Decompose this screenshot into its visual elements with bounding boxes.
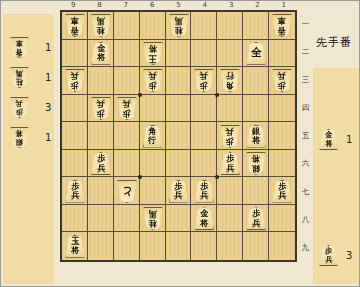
board-cell-6-4[interactable]: [140, 95, 166, 123]
file-coordinate-labels: 987654321: [60, 1, 297, 10]
board-cell-2-9[interactable]: [243, 232, 269, 260]
piece-kanji: 将: [325, 140, 332, 149]
rank-label: 二: [299, 38, 312, 66]
board-cell-1-4[interactable]: [269, 95, 295, 123]
piece-kanji: 兵: [174, 191, 182, 201]
piece-kanji: 兵: [200, 71, 208, 81]
piece-kanji: 将: [200, 219, 208, 229]
board-cell-9-5[interactable]: [62, 122, 88, 150]
board-cell-8-7[interactable]: [88, 177, 114, 205]
rank-label: 三: [299, 66, 312, 94]
piece-kanji: 香: [278, 26, 286, 36]
board-cell-4-6[interactable]: [191, 150, 217, 178]
piece-kanji: 馬: [174, 16, 182, 26]
piece-kanji: 車: [278, 16, 286, 26]
board-cell-8-3[interactable]: [88, 67, 114, 95]
rank-label: 八: [299, 206, 312, 234]
file-label: 1: [271, 1, 297, 10]
piece-kanji: 兵: [226, 127, 234, 137]
rank-label: 五: [299, 122, 312, 150]
piece-kanji: 歩: [97, 108, 105, 118]
piece-kanji: 角: [226, 81, 234, 91]
piece-kanji: 桂: [16, 78, 23, 87]
board-cell-2-7[interactable]: [243, 177, 269, 205]
gote-captured-tray: [3, 14, 54, 284]
piece-kanji: 馬: [16, 69, 23, 78]
piece-kanji: 歩: [149, 81, 157, 91]
rank-label: 七: [299, 178, 312, 206]
board-cell-9-8[interactable]: [62, 205, 88, 233]
board-cell-9-2[interactable]: [62, 40, 88, 68]
board-cell-7-5[interactable]: [114, 122, 140, 150]
piece-kanji: 兵: [97, 164, 105, 174]
piece-kanji: 行: [226, 71, 234, 81]
board-cell-1-6[interactable]: [269, 150, 295, 178]
board-cell-9-4[interactable]: [62, 95, 88, 123]
shogi-app-window: 987654321 一二三四五六七八九 先手番 香車桂馬桂馬香車金将王将全歩兵歩…: [0, 0, 360, 287]
board-cell-4-2[interactable]: [191, 40, 217, 68]
piece-kanji: 兵: [149, 71, 157, 81]
piece-kanji: 歩: [200, 81, 208, 91]
board-cell-6-6[interactable]: [140, 150, 166, 178]
piece-kanji: 将: [252, 154, 260, 164]
piece-kanji: 全: [251, 47, 261, 59]
piece-kanji: 兵: [123, 99, 131, 109]
piece-kanji: 兵: [97, 99, 105, 109]
file-label: 7: [113, 1, 139, 10]
captured-count: 3: [45, 102, 51, 113]
board-cell-7-8[interactable]: [114, 205, 140, 233]
board-cell-6-1[interactable]: [140, 12, 166, 40]
board-cell-5-4[interactable]: [166, 95, 192, 123]
captured-count: 3: [346, 250, 352, 261]
piece-kanji: 王: [149, 53, 157, 63]
file-label: 9: [60, 1, 86, 10]
piece-kanji: 香: [71, 26, 79, 36]
board-cell-5-2[interactable]: [166, 40, 192, 68]
star-point: [138, 93, 142, 97]
board-cell-3-1[interactable]: [217, 12, 243, 40]
piece-kanji: 銀: [252, 164, 260, 174]
file-label: 4: [192, 1, 218, 10]
piece-kanji: 馬: [97, 16, 105, 26]
piece-kanji: 将: [97, 53, 105, 63]
piece-kanji: 歩: [278, 81, 286, 91]
piece-kanji: 兵: [278, 191, 286, 201]
board-cell-5-3[interactable]: [166, 67, 192, 95]
board-cell-3-4[interactable]: [217, 95, 243, 123]
board-cell-5-8[interactable]: [166, 205, 192, 233]
piece-kanji: 香: [16, 48, 23, 57]
board-cell-9-6[interactable]: [62, 150, 88, 178]
piece-kanji: 車: [16, 39, 23, 48]
board-cell-8-8[interactable]: [88, 205, 114, 233]
board-cell-5-5[interactable]: [166, 122, 192, 150]
captured-count: 1: [45, 132, 51, 143]
piece-kanji: 銀: [16, 138, 23, 147]
board-cell-3-7[interactable]: [217, 177, 243, 205]
board-cell-6-7[interactable]: [140, 177, 166, 205]
board-cell-5-6[interactable]: [166, 150, 192, 178]
board-cell-2-1[interactable]: [243, 12, 269, 40]
board-cell-5-9[interactable]: [166, 232, 192, 260]
piece-kanji: 歩: [71, 81, 79, 91]
board-cell-7-1[interactable]: [114, 12, 140, 40]
board-cell-1-8[interactable]: [269, 205, 295, 233]
captured-count: 1: [45, 72, 51, 83]
rank-label: 九: [299, 234, 312, 262]
file-label: 8: [86, 1, 112, 10]
board-cell-1-5[interactable]: [269, 122, 295, 150]
captured-count: 1: [346, 134, 352, 145]
piece-kanji: 兵: [200, 191, 208, 201]
piece-kanji: と: [121, 185, 132, 197]
board-cell-1-2[interactable]: [269, 40, 295, 68]
board-cell-8-5[interactable]: [88, 122, 114, 150]
piece-kanji: 車: [71, 16, 79, 26]
captured-count: 1: [45, 42, 51, 53]
board-cell-2-4[interactable]: [243, 95, 269, 123]
piece-kanji: 将: [149, 44, 157, 54]
piece-kanji: 兵: [278, 71, 286, 81]
file-label: 6: [139, 1, 165, 10]
board-cell-7-3[interactable]: [114, 67, 140, 95]
board-cell-7-9[interactable]: [114, 232, 140, 260]
rank-label: 一: [299, 10, 312, 38]
board-cell-4-1[interactable]: [191, 12, 217, 40]
piece-kanji: 桂: [97, 26, 105, 36]
piece-kanji: 兵: [71, 191, 79, 201]
piece-kanji: 兵: [71, 71, 79, 81]
board-cell-3-9[interactable]: [217, 232, 243, 260]
file-label: 3: [218, 1, 244, 10]
rank-label: 四: [299, 94, 312, 122]
piece-kanji: 馬: [149, 209, 157, 219]
board-cell-3-2[interactable]: [217, 40, 243, 68]
piece-kanji: 兵: [252, 219, 260, 229]
board-cell-3-8[interactable]: [217, 205, 243, 233]
piece-kanji: 将: [16, 129, 23, 138]
board-cell-1-9[interactable]: [269, 232, 295, 260]
piece-kanji: 将: [252, 136, 260, 146]
piece-kanji: 桂: [174, 26, 182, 36]
piece-kanji: 歩: [16, 108, 23, 117]
board-cell-4-5[interactable]: [191, 122, 217, 150]
board-cell-4-4[interactable]: [191, 95, 217, 123]
piece-kanji: 行: [149, 136, 157, 146]
piece-kanji: 兵: [16, 99, 23, 108]
board-cell-8-9[interactable]: [88, 232, 114, 260]
piece-kanji: 兵: [226, 164, 234, 174]
turn-indicator-label: 先手番: [316, 35, 360, 50]
rank-label: 六: [299, 150, 312, 178]
file-label: 2: [244, 1, 270, 10]
board-cell-2-3[interactable]: [243, 67, 269, 95]
piece-kanji: 将: [71, 246, 79, 256]
board-cell-4-9[interactable]: [191, 232, 217, 260]
rank-coordinate-labels: 一二三四五六七八九: [299, 10, 312, 262]
piece-kanji: 歩: [123, 108, 131, 118]
file-label: 5: [165, 1, 191, 10]
piece-kanji: 兵: [325, 256, 332, 265]
board-cell-6-9[interactable]: [140, 232, 166, 260]
board-cell-7-6[interactable]: [114, 150, 140, 178]
board-cell-7-2[interactable]: [114, 40, 140, 68]
piece-kanji: 桂: [149, 219, 157, 229]
